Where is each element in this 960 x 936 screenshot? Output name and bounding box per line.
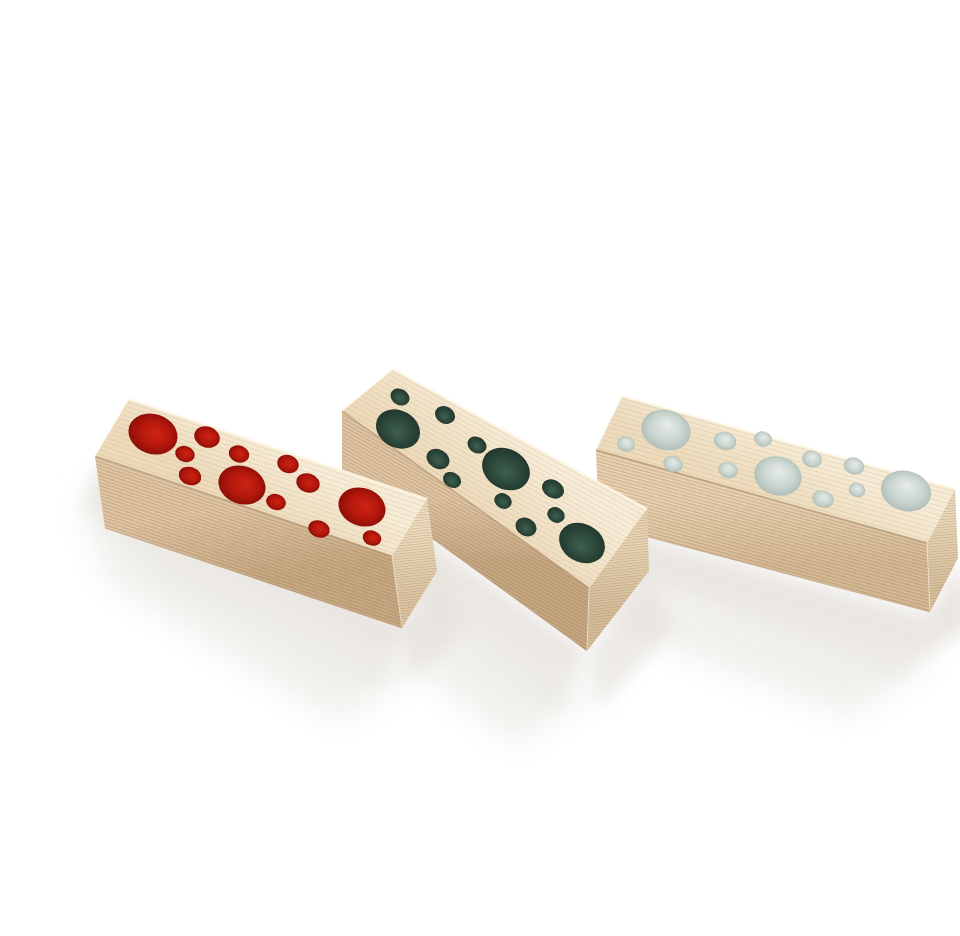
product-photo: Three rectangular beech-wood blocks lyin…: [40, 16, 960, 936]
scene-svg: [40, 16, 960, 936]
